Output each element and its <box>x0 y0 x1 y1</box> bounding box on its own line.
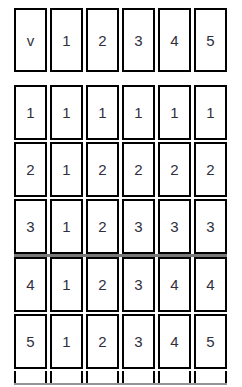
header-row: v12345 <box>14 8 227 72</box>
grid-cell: 1 <box>194 85 227 140</box>
grid-cell: 1 <box>50 85 83 140</box>
grid-cell: 3 <box>122 199 155 254</box>
header-cell: v <box>14 8 47 72</box>
grid-cell: 3 <box>194 199 227 254</box>
cropped-cell <box>86 371 119 383</box>
cropped-cell <box>50 371 83 383</box>
cropped-cell <box>14 371 47 383</box>
grid-cell: 5 <box>194 314 227 369</box>
grid-cell: 1 <box>14 85 47 140</box>
cropped-cell <box>122 371 155 383</box>
grid-cell: 3 <box>158 199 191 254</box>
header-cell: 3 <box>122 8 155 72</box>
grid-cell: 1 <box>158 85 191 140</box>
cropped-cell <box>194 371 227 383</box>
value-table: v12345 111111212222312333 412344512345 <box>14 8 227 385</box>
grid-cell: 1 <box>50 257 83 312</box>
header-cell: 4 <box>158 8 191 72</box>
cropped-cell <box>158 371 191 383</box>
grid-cell: 2 <box>158 142 191 197</box>
grid-cell: 2 <box>14 142 47 197</box>
cropped-next-row <box>14 371 227 383</box>
grid-cell: 3 <box>122 314 155 369</box>
grid-cell: 1 <box>122 85 155 140</box>
grid-cell: 1 <box>50 199 83 254</box>
table-section-top: 111111212222312333 <box>14 85 227 254</box>
header-cell: 1 <box>50 8 83 72</box>
grid-cell: 2 <box>194 142 227 197</box>
grid-cell: 3 <box>14 199 47 254</box>
grid-cell: 4 <box>14 257 47 312</box>
header-cell: 5 <box>194 8 227 72</box>
grid-cell: 2 <box>122 142 155 197</box>
grid-cell: 1 <box>86 85 119 140</box>
grid-cell: 2 <box>86 314 119 369</box>
grid-cell: 2 <box>86 199 119 254</box>
grid-cell: 2 <box>86 142 119 197</box>
grid-cell: 4 <box>158 257 191 312</box>
grid-cell: 3 <box>122 257 155 312</box>
table-section-bottom: 412344512345 <box>14 257 227 369</box>
grid-cell: 1 <box>50 142 83 197</box>
cropped-gridline <box>14 383 227 385</box>
grid-cell: 1 <box>50 314 83 369</box>
grid-cell: 2 <box>86 257 119 312</box>
grid-cell: 4 <box>158 314 191 369</box>
grid-cell: 5 <box>14 314 47 369</box>
grid-cell: 4 <box>194 257 227 312</box>
header-cell: 2 <box>86 8 119 72</box>
